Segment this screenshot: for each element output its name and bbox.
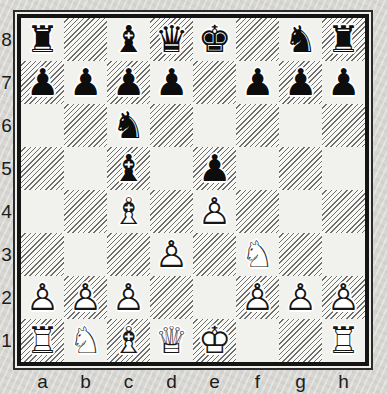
square-g8: ♞ [279, 18, 322, 61]
white-piece-outline: ♗ [112, 193, 145, 230]
square-b3 [64, 233, 107, 276]
black-pawn-b7: ♟ [69, 64, 102, 101]
square-f7: ♟ [236, 61, 279, 104]
square-c2: ♟♙ [107, 276, 150, 319]
black-pawn-e5: ♟ [198, 150, 231, 187]
white-piece-outline: ♘ [241, 236, 274, 273]
rank-label-6: 6 [0, 104, 13, 147]
square-d4 [150, 190, 193, 233]
square-a8: ♜ [21, 18, 64, 61]
square-c8: ♝ [107, 18, 150, 61]
black-rook-h8: ♜ [327, 21, 360, 58]
black-pawn-d7: ♟ [155, 64, 188, 101]
chess-board: ♜♝♛♚♞♜♟♟♟♟♟♟♟♞♝♟♝♗♟♙♟♙♞♘♟♙♟♙♟♙♟♙♟♙♟♙♜♖♞♘… [21, 18, 365, 362]
square-a4 [21, 190, 64, 233]
file-label-a: a [21, 370, 64, 394]
square-d3: ♟♙ [150, 233, 193, 276]
white-piece-outline: ♙ [69, 279, 102, 316]
file-label-g: g [279, 370, 322, 394]
square-b2: ♟♙ [64, 276, 107, 319]
rank-label-3: 3 [0, 233, 13, 276]
rank-label-2: 2 [0, 276, 13, 319]
square-f8 [236, 18, 279, 61]
white-bishop-c1: ♝♗ [112, 322, 145, 359]
white-piece-outline: ♙ [198, 193, 231, 230]
white-piece-outline: ♕ [155, 322, 188, 359]
square-e6 [193, 104, 236, 147]
square-b5 [64, 147, 107, 190]
square-e7 [193, 61, 236, 104]
square-g6 [279, 104, 322, 147]
square-a3 [21, 233, 64, 276]
square-g1 [279, 319, 322, 362]
black-bishop-c8: ♝ [112, 21, 145, 58]
scanned-page-background: 87654321 ♜♝♛♚♞♜♟♟♟♟♟♟♟♞♝♟♝♗♟♙♟♙♞♘♟♙♟♙♟♙♟… [0, 0, 387, 394]
black-king-e8: ♚ [198, 21, 231, 58]
black-bishop-c5: ♝ [112, 150, 145, 187]
square-h8: ♜ [322, 18, 365, 61]
black-knight-g8: ♞ [284, 21, 317, 58]
white-piece-outline: ♖ [327, 322, 360, 359]
white-pawn-c2: ♟♙ [112, 279, 145, 316]
file-label-f: f [236, 370, 279, 394]
white-piece-outline: ♙ [26, 279, 59, 316]
white-piece-outline: ♙ [112, 279, 145, 316]
square-c5: ♝ [107, 147, 150, 190]
square-f5 [236, 147, 279, 190]
square-h1: ♜♖ [322, 319, 365, 362]
white-king-e1: ♚♔ [198, 322, 231, 359]
black-pawn-f7: ♟ [241, 64, 274, 101]
board-border: ♜♝♛♚♞♜♟♟♟♟♟♟♟♞♝♟♝♗♟♙♟♙♞♘♟♙♟♙♟♙♟♙♟♙♟♙♜♖♞♘… [17, 14, 369, 366]
square-a2: ♟♙ [21, 276, 64, 319]
square-f2: ♟♙ [236, 276, 279, 319]
black-queen-d8: ♛ [155, 21, 188, 58]
square-g7: ♟ [279, 61, 322, 104]
square-b4 [64, 190, 107, 233]
square-d6 [150, 104, 193, 147]
square-h4 [322, 190, 365, 233]
white-queen-d1: ♛♕ [155, 322, 188, 359]
black-pawn-g7: ♟ [284, 64, 317, 101]
white-pawn-g2: ♟♙ [284, 279, 317, 316]
square-f4 [236, 190, 279, 233]
square-d8: ♛ [150, 18, 193, 61]
white-piece-outline: ♘ [69, 322, 102, 359]
black-pawn-h7: ♟ [327, 64, 360, 101]
rank-label-5: 5 [0, 147, 13, 190]
square-g5 [279, 147, 322, 190]
black-knight-c6: ♞ [112, 107, 145, 144]
white-pawn-f2: ♟♙ [241, 279, 274, 316]
square-b8 [64, 18, 107, 61]
file-label-b: b [64, 370, 107, 394]
file-labels: abcdefgh [21, 370, 365, 394]
white-piece-outline: ♙ [155, 236, 188, 273]
square-d7: ♟ [150, 61, 193, 104]
white-piece-outline: ♖ [26, 322, 59, 359]
square-h5 [322, 147, 365, 190]
square-b6 [64, 104, 107, 147]
rank-label-1: 1 [0, 319, 13, 362]
square-h3 [322, 233, 365, 276]
white-piece-outline: ♙ [241, 279, 274, 316]
rank-labels: 87654321 [0, 18, 13, 362]
white-pawn-e4: ♟♙ [198, 193, 231, 230]
square-a7: ♟ [21, 61, 64, 104]
white-piece-outline: ♙ [284, 279, 317, 316]
black-pawn-c7: ♟ [112, 64, 145, 101]
file-label-d: d [150, 370, 193, 394]
square-f3: ♞♘ [236, 233, 279, 276]
white-knight-f3: ♞♘ [241, 236, 274, 273]
white-piece-outline: ♙ [327, 279, 360, 316]
square-c6: ♞ [107, 104, 150, 147]
square-g3 [279, 233, 322, 276]
white-piece-outline: ♗ [112, 322, 145, 359]
square-c3 [107, 233, 150, 276]
square-b1: ♞♘ [64, 319, 107, 362]
white-knight-b1: ♞♘ [69, 322, 102, 359]
board-frame: ♜♝♛♚♞♜♟♟♟♟♟♟♟♞♝♟♝♗♟♙♟♙♞♘♟♙♟♙♟♙♟♙♟♙♟♙♜♖♞♘… [13, 10, 373, 370]
file-label-c: c [107, 370, 150, 394]
white-pawn-d3: ♟♙ [155, 236, 188, 273]
white-piece-outline: ♔ [198, 322, 231, 359]
black-pawn-a7: ♟ [26, 64, 59, 101]
square-h7: ♟ [322, 61, 365, 104]
white-pawn-b2: ♟♙ [69, 279, 102, 316]
white-rook-a1: ♜♖ [26, 322, 59, 359]
square-f1 [236, 319, 279, 362]
square-a6 [21, 104, 64, 147]
square-c1: ♝♗ [107, 319, 150, 362]
square-e1: ♚♔ [193, 319, 236, 362]
square-c7: ♟ [107, 61, 150, 104]
white-pawn-h2: ♟♙ [327, 279, 360, 316]
square-a1: ♜♖ [21, 319, 64, 362]
square-e8: ♚ [193, 18, 236, 61]
square-a5 [21, 147, 64, 190]
square-g4 [279, 190, 322, 233]
file-label-h: h [322, 370, 365, 394]
square-c4: ♝♗ [107, 190, 150, 233]
black-rook-a8: ♜ [26, 21, 59, 58]
square-d2 [150, 276, 193, 319]
square-e3 [193, 233, 236, 276]
white-rook-h1: ♜♖ [327, 322, 360, 359]
square-e4: ♟♙ [193, 190, 236, 233]
rank-label-8: 8 [0, 18, 13, 61]
white-bishop-c4: ♝♗ [112, 193, 145, 230]
file-label-e: e [193, 370, 236, 394]
square-e5: ♟ [193, 147, 236, 190]
square-f6 [236, 104, 279, 147]
square-e2 [193, 276, 236, 319]
white-pawn-a2: ♟♙ [26, 279, 59, 316]
square-h2: ♟♙ [322, 276, 365, 319]
rank-label-7: 7 [0, 61, 13, 104]
square-d1: ♛♕ [150, 319, 193, 362]
square-b7: ♟ [64, 61, 107, 104]
square-g2: ♟♙ [279, 276, 322, 319]
square-h6 [322, 104, 365, 147]
square-d5 [150, 147, 193, 190]
rank-label-4: 4 [0, 190, 13, 233]
